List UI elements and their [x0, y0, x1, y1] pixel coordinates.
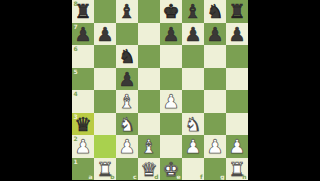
- square-c2[interactable]: ♟: [116, 135, 138, 158]
- file-label-g: g: [220, 174, 224, 180]
- letterbox-bar-left: [0, 0, 72, 180]
- letterbox-bar-right: [248, 0, 320, 180]
- square-b1[interactable]: b♜: [94, 158, 116, 181]
- square-a7[interactable]: 7♟: [72, 23, 94, 46]
- chess-board: 8♜♝♚♝♞♜7♟♟♟♟♟♟6♞5♟4♝♟3♛♞♞2♟♟♝♟♟♟1ab♜cd♛e…: [72, 0, 248, 180]
- square-b6[interactable]: [94, 45, 116, 68]
- square-a1[interactable]: 1a: [72, 158, 94, 181]
- piece-black-bishop[interactable]: ♝: [116, 0, 138, 23]
- piece-black-rook[interactable]: ♜: [226, 0, 248, 23]
- square-g4[interactable]: [204, 90, 226, 113]
- square-e4[interactable]: ♟: [160, 90, 182, 113]
- piece-white-king[interactable]: ♚: [160, 158, 182, 181]
- piece-black-pawn[interactable]: ♟: [94, 23, 116, 46]
- square-a6[interactable]: 6: [72, 45, 94, 68]
- piece-black-queen[interactable]: ♛: [72, 113, 94, 136]
- piece-white-bishop[interactable]: ♝: [116, 90, 138, 113]
- square-d2[interactable]: ♝: [138, 135, 160, 158]
- square-f7[interactable]: ♟: [182, 23, 204, 46]
- piece-white-queen[interactable]: ♛: [138, 158, 160, 181]
- piece-black-pawn[interactable]: ♟: [116, 68, 138, 91]
- square-h2[interactable]: ♟: [226, 135, 248, 158]
- square-d7[interactable]: [138, 23, 160, 46]
- piece-black-bishop[interactable]: ♝: [182, 0, 204, 23]
- square-e5[interactable]: [160, 68, 182, 91]
- rank-label-5: 5: [74, 69, 78, 75]
- square-f1[interactable]: f: [182, 158, 204, 181]
- piece-white-rook[interactable]: ♜: [94, 158, 116, 181]
- square-d8[interactable]: [138, 0, 160, 23]
- piece-black-knight[interactable]: ♞: [204, 0, 226, 23]
- square-h8[interactable]: ♜: [226, 0, 248, 23]
- square-d3[interactable]: [138, 113, 160, 136]
- piece-black-pawn[interactable]: ♟: [182, 23, 204, 46]
- square-a8[interactable]: 8♜: [72, 0, 94, 23]
- square-b8[interactable]: [94, 0, 116, 23]
- piece-white-knight[interactable]: ♞: [182, 113, 204, 136]
- square-e8[interactable]: ♚: [160, 0, 182, 23]
- square-f4[interactable]: [182, 90, 204, 113]
- piece-white-pawn[interactable]: ♟: [72, 135, 94, 158]
- square-c3[interactable]: ♞: [116, 113, 138, 136]
- square-e3[interactable]: [160, 113, 182, 136]
- square-c1[interactable]: c: [116, 158, 138, 181]
- square-g6[interactable]: [204, 45, 226, 68]
- square-d5[interactable]: [138, 68, 160, 91]
- square-h6[interactable]: [226, 45, 248, 68]
- square-h4[interactable]: [226, 90, 248, 113]
- piece-white-pawn[interactable]: ♟: [182, 135, 204, 158]
- square-f8[interactable]: ♝: [182, 0, 204, 23]
- square-c4[interactable]: ♝: [116, 90, 138, 113]
- square-d6[interactable]: [138, 45, 160, 68]
- square-g3[interactable]: [204, 113, 226, 136]
- piece-black-king[interactable]: ♚: [160, 0, 182, 23]
- square-e6[interactable]: [160, 45, 182, 68]
- square-c7[interactable]: [116, 23, 138, 46]
- piece-white-rook[interactable]: ♜: [226, 158, 248, 181]
- rank-label-1: 1: [74, 159, 78, 165]
- square-b4[interactable]: [94, 90, 116, 113]
- square-c8[interactable]: ♝: [116, 0, 138, 23]
- square-h1[interactable]: h♜: [226, 158, 248, 181]
- square-a4[interactable]: 4: [72, 90, 94, 113]
- square-b7[interactable]: ♟: [94, 23, 116, 46]
- square-h5[interactable]: [226, 68, 248, 91]
- piece-white-pawn[interactable]: ♟: [204, 135, 226, 158]
- file-label-f: f: [200, 174, 203, 180]
- square-e7[interactable]: ♟: [160, 23, 182, 46]
- piece-white-pawn[interactable]: ♟: [160, 90, 182, 113]
- square-f6[interactable]: [182, 45, 204, 68]
- square-f2[interactable]: ♟: [182, 135, 204, 158]
- square-g5[interactable]: [204, 68, 226, 91]
- piece-white-knight[interactable]: ♞: [116, 113, 138, 136]
- square-b5[interactable]: [94, 68, 116, 91]
- square-h7[interactable]: ♟: [226, 23, 248, 46]
- square-g8[interactable]: ♞: [204, 0, 226, 23]
- square-d4[interactable]: [138, 90, 160, 113]
- file-label-c: c: [133, 174, 137, 180]
- piece-white-pawn[interactable]: ♟: [116, 135, 138, 158]
- square-c5[interactable]: ♟: [116, 68, 138, 91]
- piece-black-pawn[interactable]: ♟: [226, 23, 248, 46]
- square-b3[interactable]: [94, 113, 116, 136]
- piece-black-pawn[interactable]: ♟: [72, 23, 94, 46]
- piece-black-rook[interactable]: ♜: [72, 0, 94, 23]
- square-a5[interactable]: 5: [72, 68, 94, 91]
- piece-black-pawn[interactable]: ♟: [160, 23, 182, 46]
- square-b2[interactable]: [94, 135, 116, 158]
- square-g7[interactable]: ♟: [204, 23, 226, 46]
- rank-label-6: 6: [74, 46, 78, 52]
- square-a3[interactable]: 3♛: [72, 113, 94, 136]
- square-a2[interactable]: 2♟: [72, 135, 94, 158]
- piece-white-pawn[interactable]: ♟: [226, 135, 248, 158]
- piece-white-bishop[interactable]: ♝: [138, 135, 160, 158]
- square-f5[interactable]: [182, 68, 204, 91]
- square-d1[interactable]: d♛: [138, 158, 160, 181]
- square-c6[interactable]: ♞: [116, 45, 138, 68]
- square-g2[interactable]: ♟: [204, 135, 226, 158]
- piece-black-pawn[interactable]: ♟: [204, 23, 226, 46]
- piece-black-knight[interactable]: ♞: [116, 45, 138, 68]
- square-e2[interactable]: [160, 135, 182, 158]
- square-h3[interactable]: [226, 113, 248, 136]
- file-label-a: a: [88, 174, 92, 180]
- square-f3[interactable]: ♞: [182, 113, 204, 136]
- square-g1[interactable]: g: [204, 158, 226, 181]
- video-frame: 8♜♝♚♝♞♜7♟♟♟♟♟♟6♞5♟4♝♟3♛♞♞2♟♟♝♟♟♟1ab♜cd♛e…: [0, 0, 320, 180]
- square-e1[interactable]: e♚: [160, 158, 182, 181]
- rank-label-4: 4: [74, 91, 78, 97]
